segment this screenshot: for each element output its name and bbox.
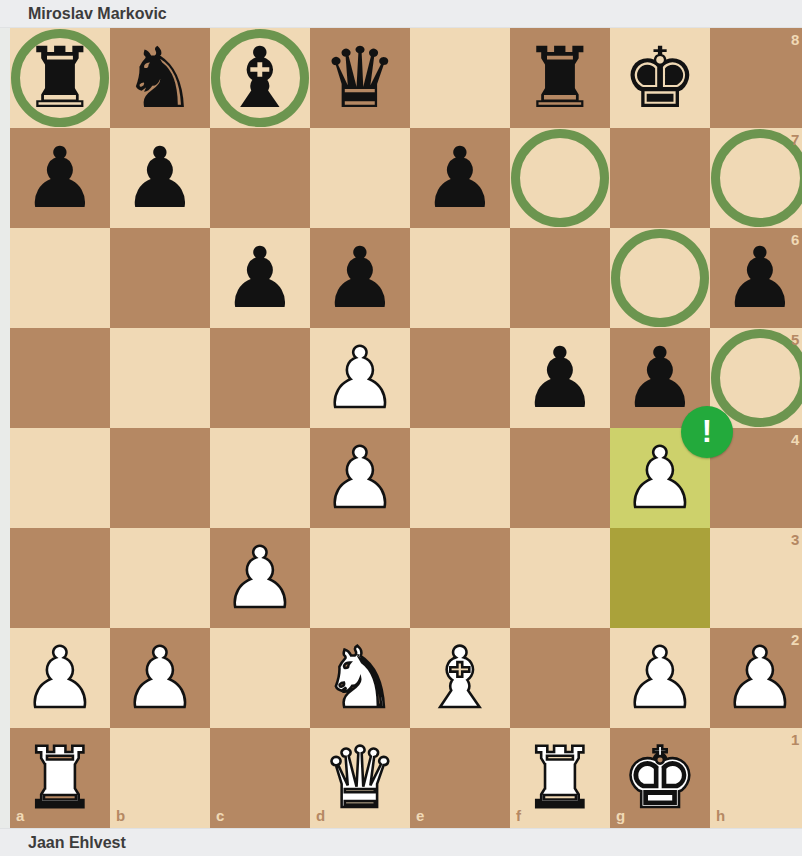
piece-white-pawn[interactable]: ♟ xyxy=(610,628,710,728)
square-e1[interactable] xyxy=(410,728,510,828)
square-b8[interactable]: ♞ xyxy=(110,28,210,128)
square-a8[interactable]: ♜ xyxy=(10,28,110,128)
piece-black-pawn[interactable]: ♟ xyxy=(10,128,110,228)
square-b3[interactable] xyxy=(110,528,210,628)
piece-white-pawn[interactable]: ♟ xyxy=(310,328,410,428)
piece-white-rook[interactable]: ♜ xyxy=(10,728,110,828)
chess-board: ♜♞♝♛♜♚♟♟♟♟♟♟♟♟♟♟♟♟♟♟♞♝♟♟♜♛♜♚87654321abcd… xyxy=(10,28,802,828)
square-c1[interactable] xyxy=(210,728,310,828)
annotation-circle-g6 xyxy=(611,229,709,327)
piece-black-pawn[interactable]: ♟ xyxy=(710,228,802,328)
square-f7[interactable] xyxy=(510,128,610,228)
player-name-bottom: Jaan Ehlvest xyxy=(0,828,802,856)
piece-black-king[interactable]: ♚ xyxy=(610,28,710,128)
square-d8[interactable]: ♛ xyxy=(310,28,410,128)
piece-white-pawn[interactable]: ♟ xyxy=(110,628,210,728)
square-c2[interactable] xyxy=(210,628,310,728)
square-h8[interactable] xyxy=(710,28,802,128)
square-h6[interactable]: ♟ xyxy=(710,228,802,328)
square-g2[interactable]: ♟ xyxy=(610,628,710,728)
square-e2[interactable]: ♝ xyxy=(410,628,510,728)
piece-white-rook[interactable]: ♜ xyxy=(510,728,610,828)
piece-black-pawn[interactable]: ♟ xyxy=(410,128,510,228)
square-f2[interactable] xyxy=(510,628,610,728)
square-c6[interactable]: ♟ xyxy=(210,228,310,328)
square-e4[interactable] xyxy=(410,428,510,528)
piece-black-rook[interactable]: ♜ xyxy=(10,28,110,128)
square-e6[interactable] xyxy=(410,228,510,328)
piece-black-rook[interactable]: ♜ xyxy=(510,28,610,128)
square-d4[interactable]: ♟ xyxy=(310,428,410,528)
piece-white-pawn[interactable]: ♟ xyxy=(710,628,802,728)
square-d2[interactable]: ♞ xyxy=(310,628,410,728)
square-c7[interactable] xyxy=(210,128,310,228)
square-c8[interactable]: ♝ xyxy=(210,28,310,128)
square-e8[interactable] xyxy=(410,28,510,128)
square-g7[interactable] xyxy=(610,128,710,228)
square-f3[interactable] xyxy=(510,528,610,628)
board-area: ♜♞♝♛♜♚♟♟♟♟♟♟♟♟♟♟♟♟♟♟♞♝♟♟♜♛♜♚87654321abcd… xyxy=(0,28,802,828)
piece-black-pawn[interactable]: ♟ xyxy=(110,128,210,228)
piece-black-bishop[interactable]: ♝ xyxy=(210,28,310,128)
piece-white-pawn[interactable]: ♟ xyxy=(10,628,110,728)
square-f4[interactable] xyxy=(510,428,610,528)
player-name-top: Miroslav Markovic xyxy=(0,0,802,28)
square-b6[interactable] xyxy=(110,228,210,328)
square-h2[interactable]: ♟ xyxy=(710,628,802,728)
piece-black-queen[interactable]: ♛ xyxy=(310,28,410,128)
square-c4[interactable] xyxy=(210,428,310,528)
game-view: Miroslav Markovic ♜♞♝♛♜♚♟♟♟♟♟♟♟♟♟♟♟♟♟♟♞♝… xyxy=(0,0,802,856)
piece-white-king[interactable]: ♚ xyxy=(610,728,710,828)
piece-white-pawn[interactable]: ♟ xyxy=(310,428,410,528)
annotation-circle-f7 xyxy=(511,129,609,227)
good-move-badge: ! xyxy=(681,406,733,458)
square-e5[interactable] xyxy=(410,328,510,428)
square-a7[interactable]: ♟ xyxy=(10,128,110,228)
square-a3[interactable] xyxy=(10,528,110,628)
square-e7[interactable]: ♟ xyxy=(410,128,510,228)
square-a5[interactable] xyxy=(10,328,110,428)
square-c5[interactable] xyxy=(210,328,310,428)
square-a1[interactable]: ♜ xyxy=(10,728,110,828)
square-d3[interactable] xyxy=(310,528,410,628)
square-d6[interactable]: ♟ xyxy=(310,228,410,328)
square-d1[interactable]: ♛ xyxy=(310,728,410,828)
piece-white-knight[interactable]: ♞ xyxy=(310,628,410,728)
square-g1[interactable]: ♚ xyxy=(610,728,710,828)
square-f8[interactable]: ♜ xyxy=(510,28,610,128)
piece-white-pawn[interactable]: ♟ xyxy=(210,528,310,628)
square-e3[interactable] xyxy=(410,528,510,628)
square-f5[interactable]: ♟ xyxy=(510,328,610,428)
square-g8[interactable]: ♚ xyxy=(610,28,710,128)
piece-white-queen[interactable]: ♛ xyxy=(310,728,410,828)
square-a2[interactable]: ♟ xyxy=(10,628,110,728)
piece-black-pawn[interactable]: ♟ xyxy=(510,328,610,428)
square-b5[interactable] xyxy=(110,328,210,428)
square-h1[interactable] xyxy=(710,728,802,828)
piece-black-knight[interactable]: ♞ xyxy=(110,28,210,128)
square-a4[interactable] xyxy=(10,428,110,528)
square-a6[interactable] xyxy=(10,228,110,328)
square-f6[interactable] xyxy=(510,228,610,328)
piece-white-bishop[interactable]: ♝ xyxy=(410,628,510,728)
square-b1[interactable] xyxy=(110,728,210,828)
square-d7[interactable] xyxy=(310,128,410,228)
square-f1[interactable]: ♜ xyxy=(510,728,610,828)
piece-black-pawn[interactable]: ♟ xyxy=(310,228,410,328)
square-b4[interactable] xyxy=(110,428,210,528)
square-h7[interactable] xyxy=(710,128,802,228)
square-c3[interactable]: ♟ xyxy=(210,528,310,628)
square-g3[interactable] xyxy=(610,528,710,628)
square-b7[interactable]: ♟ xyxy=(110,128,210,228)
piece-black-pawn[interactable]: ♟ xyxy=(210,228,310,328)
square-b2[interactable]: ♟ xyxy=(110,628,210,728)
annotation-circle-h7 xyxy=(711,129,802,227)
square-h3[interactable] xyxy=(710,528,802,628)
square-g6[interactable] xyxy=(610,228,710,328)
square-d5[interactable]: ♟ xyxy=(310,328,410,428)
